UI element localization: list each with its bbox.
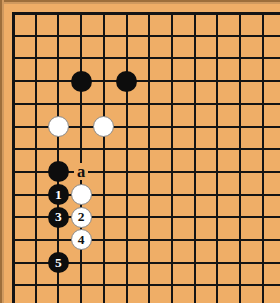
go-diagram: 13245a — [0, 0, 280, 303]
board-frame-edge-top — [0, 0, 280, 4]
stone-black-move-5: 5 — [48, 252, 69, 273]
stone-white-c4r9 — [71, 184, 92, 205]
move-number: 2 — [78, 210, 85, 224]
stone-white-c3r6 — [48, 116, 69, 137]
stone-black-c6r4 — [116, 71, 137, 92]
stone-white-move-4: 4 — [71, 229, 92, 250]
board-frame-edge-left — [0, 0, 4, 303]
move-number: 4 — [78, 233, 85, 247]
stone-black-move-1: 1 — [48, 184, 69, 205]
point-label-a: a — [74, 163, 88, 180]
board: 13245a — [2, 2, 274, 297]
stone-black-c4r4 — [71, 71, 92, 92]
move-number: 1 — [55, 188, 62, 202]
move-number: 3 — [55, 210, 62, 224]
stone-white-move-2: 2 — [71, 207, 92, 228]
move-number: 5 — [55, 256, 62, 270]
stone-white-c5r6 — [93, 116, 114, 137]
stone-black-move-3: 3 — [48, 207, 69, 228]
stone-black-c3r8 — [48, 161, 69, 182]
